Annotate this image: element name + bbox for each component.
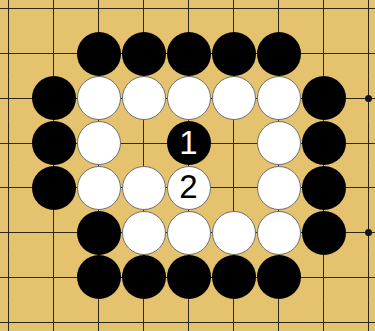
intersection[interactable] <box>346 76 375 121</box>
white-stone <box>122 166 166 210</box>
intersection[interactable] <box>301 31 346 76</box>
white-stone <box>77 121 121 165</box>
intersection[interactable] <box>31 31 76 76</box>
intersection[interactable] <box>166 76 211 121</box>
white-stone: 2 <box>167 166 211 210</box>
white-stone <box>212 76 256 120</box>
intersection[interactable] <box>256 76 301 121</box>
intersection[interactable] <box>121 210 166 255</box>
black-stone <box>302 166 346 210</box>
intersection[interactable] <box>346 210 375 255</box>
intersection[interactable] <box>31 210 76 255</box>
go-board: 12 <box>0 0 375 331</box>
intersection[interactable] <box>256 121 301 166</box>
black-stone <box>167 32 211 76</box>
black-stone <box>122 32 166 76</box>
intersection[interactable] <box>121 300 166 331</box>
intersection[interactable] <box>211 300 256 331</box>
black-stone <box>212 32 256 76</box>
intersection[interactable] <box>0 76 31 121</box>
intersection[interactable] <box>31 166 76 211</box>
black-stone <box>77 32 121 76</box>
intersection[interactable] <box>31 0 76 31</box>
intersection[interactable] <box>166 0 211 31</box>
intersection[interactable] <box>121 166 166 211</box>
intersection[interactable] <box>0 31 31 76</box>
intersection[interactable] <box>256 166 301 211</box>
white-stone <box>122 211 166 255</box>
black-stone <box>122 255 166 299</box>
intersection[interactable] <box>121 121 166 166</box>
white-stone <box>77 76 121 120</box>
intersection[interactable] <box>211 210 256 255</box>
star-point <box>365 229 372 236</box>
white-stone <box>257 76 301 120</box>
black-stone <box>32 121 76 165</box>
intersection[interactable] <box>256 255 301 300</box>
black-stone <box>77 255 121 299</box>
intersection[interactable] <box>166 210 211 255</box>
intersection[interactable] <box>301 166 346 211</box>
intersection[interactable] <box>76 31 121 76</box>
intersection[interactable] <box>76 121 121 166</box>
intersection[interactable] <box>346 255 375 300</box>
white-stone <box>212 211 256 255</box>
go-board-diagram: 12 <box>0 0 375 331</box>
intersection[interactable] <box>0 0 31 31</box>
intersection[interactable] <box>166 300 211 331</box>
white-stone <box>257 166 301 210</box>
intersection[interactable] <box>76 255 121 300</box>
intersection[interactable] <box>121 0 166 31</box>
intersection[interactable] <box>0 255 31 300</box>
white-stone <box>167 211 211 255</box>
black-stone <box>167 255 211 299</box>
intersection[interactable] <box>0 166 31 211</box>
intersection[interactable] <box>256 210 301 255</box>
black-stone <box>302 211 346 255</box>
intersection[interactable]: 1 <box>166 121 211 166</box>
white-stone <box>77 166 121 210</box>
intersection[interactable] <box>346 31 375 76</box>
intersection[interactable] <box>256 0 301 31</box>
white-stone <box>257 211 301 255</box>
intersection[interactable] <box>256 300 301 331</box>
intersection[interactable] <box>76 210 121 255</box>
black-stone <box>302 76 346 120</box>
black-stone <box>77 211 121 255</box>
intersection[interactable] <box>76 76 121 121</box>
intersection[interactable] <box>166 31 211 76</box>
intersection[interactable] <box>301 210 346 255</box>
intersection[interactable] <box>211 0 256 31</box>
intersection[interactable] <box>211 121 256 166</box>
white-stone <box>167 76 211 120</box>
intersection[interactable] <box>31 300 76 331</box>
intersection[interactable] <box>211 255 256 300</box>
intersection[interactable] <box>346 0 375 31</box>
intersection[interactable] <box>31 121 76 166</box>
black-stone <box>257 32 301 76</box>
star-point <box>365 95 372 102</box>
intersection[interactable] <box>76 300 121 331</box>
intersection[interactable] <box>256 31 301 76</box>
white-stone <box>257 121 301 165</box>
intersection[interactable] <box>121 31 166 76</box>
black-stone <box>302 121 346 165</box>
intersection[interactable] <box>301 76 346 121</box>
intersection[interactable] <box>346 121 375 166</box>
intersection[interactable] <box>121 76 166 121</box>
intersection[interactable] <box>301 300 346 331</box>
intersection[interactable] <box>0 210 31 255</box>
intersection[interactable] <box>301 121 346 166</box>
intersection[interactable] <box>31 255 76 300</box>
intersection[interactable] <box>301 255 346 300</box>
intersection[interactable] <box>301 0 346 31</box>
black-stone <box>212 255 256 299</box>
intersection[interactable] <box>76 0 121 31</box>
intersection[interactable] <box>0 121 31 166</box>
intersection[interactable] <box>166 255 211 300</box>
move-number: 2 <box>179 170 197 203</box>
move-number: 1 <box>179 126 197 159</box>
intersection[interactable] <box>211 76 256 121</box>
intersection[interactable] <box>31 76 76 121</box>
white-stone <box>122 76 166 120</box>
intersection[interactable] <box>211 31 256 76</box>
black-stone: 1 <box>167 121 211 165</box>
intersection[interactable] <box>211 166 256 211</box>
intersection[interactable] <box>121 255 166 300</box>
intersection[interactable] <box>346 300 375 331</box>
black-stone <box>32 76 76 120</box>
intersection[interactable] <box>346 166 375 211</box>
intersection[interactable] <box>0 300 31 331</box>
black-stone <box>257 255 301 299</box>
intersection[interactable]: 2 <box>166 166 211 211</box>
black-stone <box>32 166 76 210</box>
intersection[interactable] <box>76 166 121 211</box>
